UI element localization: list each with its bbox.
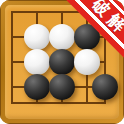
go-app-icon[interactable]: 破解 (0, 0, 124, 124)
black-stone (92, 74, 118, 100)
white-stone (49, 24, 75, 50)
grid-line-horizontal (11, 102, 106, 104)
black-stone (49, 49, 75, 75)
white-stone (24, 49, 50, 75)
grid-line-vertical (11, 11, 13, 104)
black-stone (49, 74, 75, 100)
black-stone (24, 74, 50, 100)
white-stone (74, 49, 100, 75)
white-stone (24, 24, 50, 50)
